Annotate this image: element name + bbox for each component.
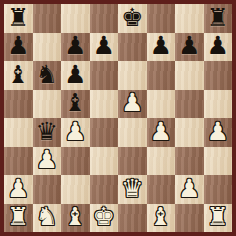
square-c7[interactable]: ♟ — [61, 33, 90, 62]
square-a3[interactable] — [4, 147, 33, 176]
white-pawn-b3: ♟ — [36, 147, 58, 172]
square-c2[interactable] — [61, 175, 90, 204]
square-b3[interactable]: ♟ — [33, 147, 62, 176]
white-knight-b1: ♞ — [36, 204, 58, 229]
white-rook-a1: ♜ — [7, 204, 29, 229]
square-h4[interactable]: ♟ — [204, 118, 233, 147]
square-f8[interactable] — [147, 4, 176, 33]
square-h5[interactable] — [204, 90, 233, 119]
square-b2[interactable] — [33, 175, 62, 204]
square-c6[interactable]: ♟ — [61, 61, 90, 90]
square-d1[interactable]: ♚ — [90, 204, 119, 233]
square-g4[interactable] — [175, 118, 204, 147]
square-b6[interactable]: ♞ — [33, 61, 62, 90]
square-f7[interactable]: ♟ — [147, 33, 176, 62]
square-a2[interactable]: ♟ — [4, 175, 33, 204]
square-g1[interactable] — [175, 204, 204, 233]
square-b1[interactable]: ♞ — [33, 204, 62, 233]
square-a1[interactable]: ♜ — [4, 204, 33, 233]
square-g5[interactable] — [175, 90, 204, 119]
white-bishop-f1: ♝ — [150, 204, 172, 229]
square-c4[interactable]: ♟ — [61, 118, 90, 147]
square-e4[interactable] — [118, 118, 147, 147]
square-c8[interactable] — [61, 4, 90, 33]
black-pawn-f7: ♟ — [150, 33, 172, 58]
square-f2[interactable] — [147, 175, 176, 204]
chess-board-frame: ♜♚♜♟♟♟♟♟♟♝♞♟♝♟♛♟♟♟♟♟♛♟♜♞♝♚♝♜ — [0, 0, 236, 236]
square-e6[interactable] — [118, 61, 147, 90]
square-e3[interactable] — [118, 147, 147, 176]
white-pawn-a2: ♟ — [7, 176, 29, 201]
square-a5[interactable] — [4, 90, 33, 119]
square-h6[interactable] — [204, 61, 233, 90]
square-a4[interactable] — [4, 118, 33, 147]
square-b8[interactable] — [33, 4, 62, 33]
square-b5[interactable] — [33, 90, 62, 119]
white-queen-e2: ♛ — [121, 176, 143, 201]
white-king-d1: ♚ — [93, 204, 115, 229]
square-b7[interactable] — [33, 33, 62, 62]
white-bishop-c1: ♝ — [64, 204, 86, 229]
square-d8[interactable] — [90, 4, 119, 33]
square-f3[interactable] — [147, 147, 176, 176]
square-a6[interactable]: ♝ — [4, 61, 33, 90]
black-pawn-g7: ♟ — [178, 33, 200, 58]
square-h3[interactable] — [204, 147, 233, 176]
square-g8[interactable] — [175, 4, 204, 33]
white-pawn-e5: ♟ — [121, 90, 143, 115]
square-f1[interactable]: ♝ — [147, 204, 176, 233]
square-h1[interactable]: ♜ — [204, 204, 233, 233]
black-queen-b4: ♛ — [36, 119, 58, 144]
square-b4[interactable]: ♛ — [33, 118, 62, 147]
white-pawn-h4: ♟ — [207, 119, 229, 144]
square-f5[interactable] — [147, 90, 176, 119]
square-h2[interactable] — [204, 175, 233, 204]
square-f6[interactable] — [147, 61, 176, 90]
black-pawn-c6: ♟ — [64, 62, 86, 87]
square-e2[interactable]: ♛ — [118, 175, 147, 204]
square-d4[interactable] — [90, 118, 119, 147]
black-pawn-c7: ♟ — [64, 33, 86, 58]
square-e7[interactable] — [118, 33, 147, 62]
square-h8[interactable]: ♜ — [204, 4, 233, 33]
square-g3[interactable] — [175, 147, 204, 176]
square-a8[interactable]: ♜ — [4, 4, 33, 33]
square-f4[interactable]: ♟ — [147, 118, 176, 147]
black-king-e8: ♚ — [121, 5, 143, 30]
white-pawn-f4: ♟ — [150, 119, 172, 144]
black-pawn-d7: ♟ — [93, 33, 115, 58]
square-c3[interactable] — [61, 147, 90, 176]
square-g2[interactable]: ♟ — [175, 175, 204, 204]
square-d2[interactable] — [90, 175, 119, 204]
square-d5[interactable] — [90, 90, 119, 119]
square-h7[interactable]: ♟ — [204, 33, 233, 62]
square-e8[interactable]: ♚ — [118, 4, 147, 33]
square-c5[interactable]: ♝ — [61, 90, 90, 119]
square-d3[interactable] — [90, 147, 119, 176]
black-pawn-a7: ♟ — [7, 33, 29, 58]
square-d7[interactable]: ♟ — [90, 33, 119, 62]
black-bishop-c5: ♝ — [64, 90, 86, 115]
square-e5[interactable]: ♟ — [118, 90, 147, 119]
square-a7[interactable]: ♟ — [4, 33, 33, 62]
black-pawn-h7: ♟ — [207, 33, 229, 58]
square-d6[interactable] — [90, 61, 119, 90]
square-g7[interactable]: ♟ — [175, 33, 204, 62]
black-rook-a8: ♜ — [7, 5, 29, 30]
white-pawn-c4: ♟ — [64, 119, 86, 144]
black-bishop-a6: ♝ — [7, 62, 29, 87]
white-rook-h1: ♜ — [207, 204, 229, 229]
white-pawn-g2: ♟ — [178, 176, 200, 201]
square-e1[interactable] — [118, 204, 147, 233]
square-g6[interactable] — [175, 61, 204, 90]
black-rook-h8: ♜ — [207, 5, 229, 30]
chess-board: ♜♚♜♟♟♟♟♟♟♝♞♟♝♟♛♟♟♟♟♟♛♟♜♞♝♚♝♜ — [4, 4, 232, 232]
black-knight-b6: ♞ — [36, 62, 58, 87]
square-c1[interactable]: ♝ — [61, 204, 90, 233]
